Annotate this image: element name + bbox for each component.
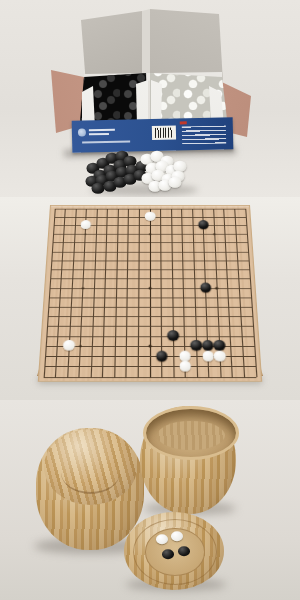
brand-logo-icon	[78, 128, 86, 136]
lid-stone-black	[162, 549, 174, 559]
grid-line-horizontal	[49, 297, 251, 298]
go-stone-white	[63, 340, 75, 351]
go-stone-black	[156, 350, 168, 361]
go-board-photo	[0, 197, 300, 400]
goban-grid	[44, 209, 257, 377]
open-bowl	[140, 406, 236, 514]
lid-crease	[61, 450, 121, 494]
brand-text-line	[89, 129, 115, 132]
go-stone-black	[198, 220, 209, 229]
star-point	[149, 233, 152, 235]
grid-line-vertical	[245, 209, 257, 377]
loose-stones-pile	[88, 146, 200, 197]
product-text-lines	[182, 125, 226, 144]
loose-stone-white	[174, 161, 187, 172]
grid-line-horizontal	[44, 366, 255, 367]
go-stone-black	[190, 340, 202, 351]
closed-bowl-lid	[44, 429, 137, 505]
grid-line-horizontal	[46, 336, 253, 337]
go-stone-white	[179, 360, 191, 371]
grid-line-horizontal	[47, 326, 253, 327]
open-bowl-floor	[157, 421, 225, 451]
go-stone-black	[200, 283, 212, 293]
brand-text-line	[89, 133, 109, 135]
lid-stone-white	[156, 534, 168, 544]
product-code-mark	[180, 121, 187, 124]
star-point	[81, 287, 84, 289]
star-point	[215, 287, 218, 289]
star-point	[149, 287, 152, 289]
go-stone-white	[202, 350, 214, 361]
barcode-icon	[152, 126, 176, 140]
lid-stone-white	[171, 531, 183, 541]
open-bowl-mouth	[143, 406, 239, 460]
grid-line-horizontal	[48, 307, 252, 308]
star-point	[79, 345, 82, 348]
lid-tray	[124, 512, 224, 590]
loose-stone-white	[169, 177, 182, 188]
brand-text-line	[82, 140, 130, 143]
grid-line-horizontal	[44, 377, 257, 378]
bowls-photo	[0, 400, 300, 600]
grid-line-horizontal	[48, 316, 253, 317]
star-point	[213, 233, 216, 235]
lid-stone-black	[178, 546, 190, 556]
star-point	[84, 233, 87, 235]
goban-surface	[38, 205, 262, 382]
go-stone-white	[214, 350, 226, 361]
stones-box-photo	[0, 0, 300, 197]
star-point	[148, 345, 151, 348]
go-stone-black	[167, 330, 179, 341]
go-board	[38, 205, 262, 382]
grid-line-vertical	[138, 209, 140, 377]
go-stone-white	[145, 212, 156, 221]
loose-stone-black	[92, 183, 105, 194]
go-stone-white	[80, 220, 91, 229]
barcode-bars	[155, 128, 173, 138]
